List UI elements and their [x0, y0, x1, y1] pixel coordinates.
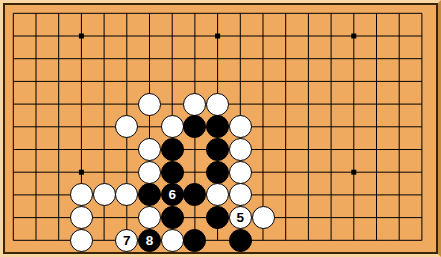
- star-point: [351, 34, 356, 39]
- white-stone: [229, 138, 252, 161]
- white-stone: [138, 206, 161, 229]
- black-stone: [161, 138, 184, 161]
- white-stone: [93, 183, 116, 206]
- white-stone: [70, 229, 93, 252]
- stone-number-label: 5: [237, 211, 245, 225]
- white-stone: [183, 93, 206, 116]
- star-point: [79, 34, 84, 39]
- white-stone: [138, 93, 161, 116]
- black-stone-numbered: 8: [138, 229, 161, 252]
- stone-number-label: 7: [123, 234, 131, 248]
- black-stone: [229, 229, 252, 252]
- white-stone: [161, 115, 184, 138]
- board-frame: 6578: [0, 0, 441, 257]
- stone-number-label: 6: [168, 188, 176, 202]
- black-stone: [206, 161, 229, 184]
- white-stone: [138, 161, 161, 184]
- stone-number-label: 8: [146, 234, 154, 248]
- star-point: [79, 170, 84, 175]
- white-stone: [252, 206, 275, 229]
- go-board: 6578: [3, 3, 438, 254]
- white-stone: [138, 138, 161, 161]
- white-stone-numbered: 5: [229, 206, 252, 229]
- white-stone-numbered: 7: [115, 229, 138, 252]
- black-stone: [161, 161, 184, 184]
- black-stone: [206, 138, 229, 161]
- white-stone: [229, 161, 252, 184]
- star-point: [351, 170, 356, 175]
- white-stone: [229, 115, 252, 138]
- white-stone: [161, 229, 184, 252]
- white-stone: [70, 206, 93, 229]
- black-stone-numbered: 6: [161, 183, 184, 206]
- star-point: [215, 34, 220, 39]
- black-stone: [161, 206, 184, 229]
- white-stone: [206, 93, 229, 116]
